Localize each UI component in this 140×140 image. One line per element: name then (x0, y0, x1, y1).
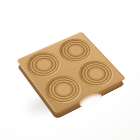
photo-stage (0, 0, 140, 140)
